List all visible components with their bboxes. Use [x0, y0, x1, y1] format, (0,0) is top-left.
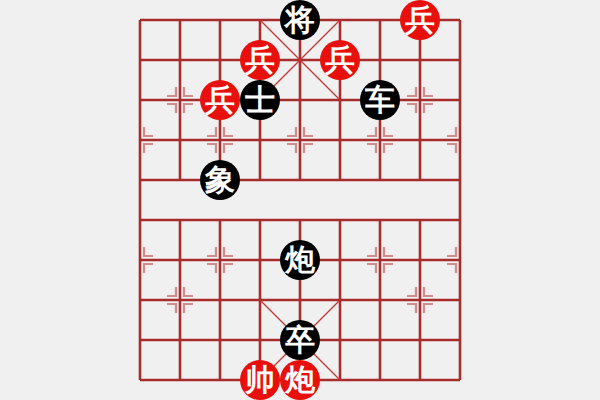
piece-red-pawn-d1[interactable]: 兵	[240, 40, 280, 80]
piece-black-cannon[interactable]: 炮	[280, 240, 320, 280]
piece-black-chariot[interactable]: 车	[360, 80, 400, 120]
piece-red-pawn-f1[interactable]: 兵	[320, 40, 360, 80]
xiangqi-board: 将兵兵兵兵士车象炮卒帅炮	[0, 0, 600, 400]
piece-red-cannon[interactable]: 炮	[280, 360, 320, 400]
piece-red-pawn-c2[interactable]: 兵	[200, 80, 240, 120]
piece-black-pawn[interactable]: 卒	[280, 320, 320, 360]
piece-red-general[interactable]: 帅	[240, 360, 280, 400]
piece-black-general[interactable]: 将	[280, 0, 320, 40]
piece-red-pawn-h0[interactable]: 兵	[400, 0, 440, 40]
piece-black-elephant[interactable]: 象	[200, 160, 240, 200]
piece-layer: 将兵兵兵兵士车象炮卒帅炮	[120, 0, 480, 400]
piece-black-advisor[interactable]: 士	[240, 80, 280, 120]
